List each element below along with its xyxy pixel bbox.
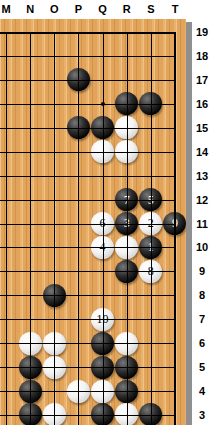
row-labels: 191817161514131211109876543 [192, 0, 212, 425]
column-label-N: N [26, 2, 34, 16]
column-label-O: O [50, 2, 59, 16]
grid-line-h-18 [0, 56, 176, 57]
row-label-15: 15 [192, 121, 212, 135]
column-label-T: T [172, 2, 179, 16]
row-label-17: 17 [192, 73, 212, 87]
grid-line-h-8 [0, 295, 176, 296]
grid-line-h-19 [0, 32, 176, 34]
grid-line-h-6 [0, 343, 176, 344]
row-label-9: 9 [192, 264, 212, 278]
go-diagram: MNOPQRST 75391624810 1918171615141312111… [0, 0, 212, 425]
grid-line-h-17 [0, 80, 176, 81]
grid-line-v-P [78, 32, 79, 425]
grid-line-h-5 [0, 367, 176, 368]
grid-line-h-13 [0, 176, 176, 177]
grid-line-h-4 [0, 391, 176, 392]
grid-line-h-14 [0, 152, 176, 153]
grid-line-v-N [30, 32, 31, 425]
row-label-18: 18 [192, 49, 212, 63]
column-labels: MNOPQRST [0, 0, 212, 19]
row-label-11: 11 [192, 217, 212, 231]
grid-line-v-R [127, 32, 128, 425]
row-label-14: 14 [192, 145, 212, 159]
row-label-16: 16 [192, 97, 212, 111]
grid-line-v-M [6, 32, 7, 425]
column-label-M: M [1, 2, 10, 16]
row-label-13: 13 [192, 169, 212, 183]
column-label-S: S [147, 2, 154, 16]
row-label-7: 7 [192, 312, 212, 326]
grid-line-v-T [174, 32, 176, 425]
row-label-4: 4 [192, 384, 212, 398]
row-label-6: 6 [192, 336, 212, 350]
row-label-3: 3 [192, 408, 212, 422]
grid-line-h-12 [0, 200, 176, 201]
column-label-P: P [75, 2, 82, 16]
grid-line-h-11 [0, 224, 176, 225]
row-label-5: 5 [192, 360, 212, 374]
grid-line-h-10 [0, 247, 176, 248]
grid-line-h-16 [0, 104, 176, 105]
grid-line-v-Q [103, 32, 104, 425]
row-label-8: 8 [192, 288, 212, 302]
grid-line-h-9 [0, 271, 176, 272]
column-label-Q: Q [98, 2, 107, 16]
column-label-R: R [123, 2, 131, 16]
row-label-10: 10 [192, 240, 212, 254]
grid-line-h-3 [0, 415, 176, 416]
row-label-12: 12 [192, 193, 212, 207]
grid-line-v-S [151, 32, 152, 425]
grid-line-h-15 [0, 128, 176, 129]
row-label-19: 19 [192, 25, 212, 39]
go-board[interactable]: 75391624810 [0, 19, 186, 425]
grid-line-v-O [54, 32, 55, 425]
grid-line-h-7 [0, 319, 176, 320]
